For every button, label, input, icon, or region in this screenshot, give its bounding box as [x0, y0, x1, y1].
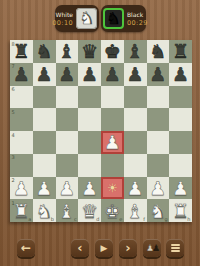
step-forward-button[interactable]: › — [119, 239, 137, 257]
white-rook: ♜ — [172, 200, 189, 222]
black-player-panel: ♞ Black 00:29 — [101, 5, 146, 32]
black-clock: 00:29 — [127, 19, 148, 27]
black-rook: ♜ — [172, 40, 189, 62]
white-pawn: ♟ — [36, 177, 53, 199]
white-pawn: ♟ — [149, 177, 166, 199]
square-f3[interactable] — [124, 154, 147, 177]
black-player-name: Black — [127, 11, 143, 19]
square-d1[interactable]: d♛ — [78, 199, 101, 222]
black-pawn: ♟ — [13, 63, 30, 85]
rank-label-5: 5 — [12, 109, 15, 115]
black-king: ♚ — [104, 40, 121, 62]
white-bishop: ♝ — [127, 200, 144, 222]
square-a3[interactable]: 3 — [10, 154, 33, 177]
white-rook: ♜ — [13, 200, 30, 222]
white-knight-icon: ♞ — [79, 10, 94, 27]
square-c8[interactable]: ♝ — [56, 40, 79, 63]
square-b7[interactable]: ♟ — [33, 63, 56, 86]
square-d4[interactable] — [78, 131, 101, 154]
square-b4[interactable] — [33, 131, 56, 154]
chevron-right-icon: › — [125, 241, 130, 256]
black-bishop: ♝ — [127, 40, 144, 62]
square-a8[interactable]: 8♜ — [10, 40, 33, 63]
back-button[interactable]: ← — [17, 239, 35, 257]
black-queen: ♛ — [81, 40, 98, 62]
square-c1[interactable]: c♝ — [56, 199, 79, 222]
white-player-name: White — [56, 11, 73, 19]
square-f8[interactable]: ♝ — [124, 40, 147, 63]
square-h1[interactable]: h♜ — [169, 199, 192, 222]
white-pawn: ♟ — [127, 177, 144, 199]
rank-label-3: 3 — [12, 154, 15, 160]
square-f6[interactable] — [124, 86, 147, 109]
pieces-button[interactable]: ♟♟ — [143, 239, 161, 257]
square-c3[interactable] — [56, 154, 79, 177]
white-pawn: ♟ — [104, 131, 121, 153]
square-e4[interactable]: ♟ — [101, 131, 124, 154]
square-b2[interactable]: ♟ — [33, 177, 56, 200]
square-b3[interactable] — [33, 154, 56, 177]
chess-board: 8♜♞♝♛♚♝♞♜7♟♟♟♟♟♟♟♟654♟32♟♟♟♟☀♟♟♟1a♜b♞c♝d… — [10, 40, 192, 222]
square-b5[interactable] — [33, 108, 56, 131]
white-pawn: ♟ — [81, 177, 98, 199]
square-a1[interactable]: 1a♜ — [10, 199, 33, 222]
square-e7[interactable]: ♟ — [101, 63, 124, 86]
square-e1[interactable]: e♚ — [101, 199, 124, 222]
square-g4[interactable] — [147, 131, 170, 154]
square-e5[interactable] — [101, 108, 124, 131]
back-arrow-icon: ← — [21, 241, 31, 255]
square-e3[interactable] — [101, 154, 124, 177]
square-f1[interactable]: f♝ — [124, 199, 147, 222]
square-f7[interactable]: ♟ — [124, 63, 147, 86]
square-g2[interactable]: ♟ — [147, 177, 170, 200]
square-g1[interactable]: g♞ — [147, 199, 170, 222]
black-rook: ♜ — [13, 40, 30, 62]
square-c2[interactable]: ♟ — [56, 177, 79, 200]
black-pawn: ♟ — [149, 63, 166, 85]
play-icon: ▶ — [101, 244, 108, 253]
square-f5[interactable] — [124, 108, 147, 131]
square-f2[interactable]: ♟ — [124, 177, 147, 200]
square-c5[interactable] — [56, 108, 79, 131]
square-d8[interactable]: ♛ — [78, 40, 101, 63]
black-player-avatar-active: ♞ — [103, 8, 124, 29]
white-player-avatar: ♞ — [76, 8, 97, 29]
square-g3[interactable] — [147, 154, 170, 177]
square-h7[interactable]: ♟ — [169, 63, 192, 86]
square-h2[interactable]: ♟ — [169, 177, 192, 200]
black-pawn: ♟ — [172, 63, 189, 85]
white-pawn: ♟ — [172, 177, 189, 199]
square-c4[interactable] — [56, 131, 79, 154]
black-pawn: ♟ — [127, 63, 144, 85]
square-d5[interactable] — [78, 108, 101, 131]
chess-app: White 00:10 ♞ ♞ Black 00:29 8♜♞♝♛♚♝♞♜7♟♟… — [0, 0, 200, 266]
square-d7[interactable]: ♟ — [78, 63, 101, 86]
chevron-left-icon: ‹ — [77, 241, 82, 256]
square-b8[interactable]: ♞ — [33, 40, 56, 63]
black-bishop: ♝ — [58, 40, 75, 62]
square-g5[interactable] — [147, 108, 170, 131]
rank-label-4: 4 — [12, 132, 15, 138]
white-queen: ♛ — [81, 200, 98, 222]
black-pawn: ♟ — [36, 63, 53, 85]
square-c7[interactable]: ♟ — [56, 63, 79, 86]
white-clock: 00:10 — [52, 19, 73, 27]
black-knight-icon: ♞ — [106, 11, 120, 27]
white-knight: ♞ — [149, 200, 166, 222]
pieces-icon: ♟♟ — [146, 244, 158, 253]
square-h3[interactable] — [169, 154, 192, 177]
square-h6[interactable] — [169, 86, 192, 109]
square-b1[interactable]: b♞ — [33, 199, 56, 222]
square-a5[interactable]: 5 — [10, 108, 33, 131]
menu-icon — [171, 244, 180, 246]
white-pawn: ♟ — [13, 177, 30, 199]
square-h4[interactable] — [169, 131, 192, 154]
white-player-panel: White 00:10 ♞ — [55, 5, 99, 32]
white-knight: ♞ — [36, 200, 53, 222]
black-pawn: ♟ — [81, 63, 98, 85]
white-king: ♚ — [104, 200, 121, 222]
rank-label-6: 6 — [12, 86, 15, 92]
white-pawn: ♟ — [58, 177, 75, 199]
square-f4[interactable] — [124, 131, 147, 154]
black-knight: ♞ — [36, 40, 53, 62]
square-g8[interactable]: ♞ — [147, 40, 170, 63]
square-g7[interactable]: ♟ — [147, 63, 170, 86]
square-e2[interactable]: ☀ — [101, 177, 124, 200]
step-back-button[interactable]: ‹ — [71, 239, 89, 257]
square-a2[interactable]: 2♟ — [10, 177, 33, 200]
square-g6[interactable] — [147, 86, 170, 109]
black-pawn: ♟ — [58, 63, 75, 85]
square-e8[interactable]: ♚ — [101, 40, 124, 63]
black-pawn: ♟ — [104, 63, 121, 85]
move-origin-marker: ☀ — [107, 182, 118, 194]
square-a6[interactable]: 6 — [10, 86, 33, 109]
square-d6[interactable] — [78, 86, 101, 109]
white-bishop: ♝ — [58, 200, 75, 222]
square-a7[interactable]: 7♟ — [10, 63, 33, 86]
square-d2[interactable]: ♟ — [78, 177, 101, 200]
square-e6[interactable] — [101, 86, 124, 109]
square-a4[interactable]: 4 — [10, 131, 33, 154]
square-c6[interactable] — [56, 86, 79, 109]
square-b6[interactable] — [33, 86, 56, 109]
black-knight: ♞ — [149, 40, 166, 62]
play-button[interactable]: ▶ — [95, 239, 113, 257]
square-d3[interactable] — [78, 154, 101, 177]
square-h5[interactable] — [169, 108, 192, 131]
menu-button[interactable] — [166, 239, 184, 257]
square-h8[interactable]: ♜ — [169, 40, 192, 63]
